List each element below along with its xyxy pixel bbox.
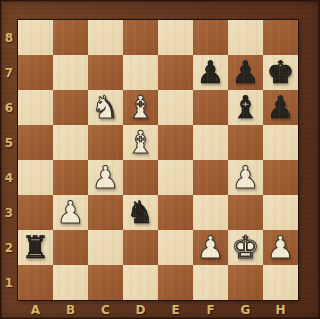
black-knight-d3[interactable]: ♞ (127, 197, 155, 228)
square-h8[interactable] (263, 20, 298, 55)
white-pawn-f2[interactable]: ♟ (197, 232, 225, 263)
square-h6[interactable]: ♟ (263, 90, 298, 125)
square-c3[interactable] (88, 195, 123, 230)
square-g8[interactable] (228, 20, 263, 55)
square-e2[interactable] (158, 230, 193, 265)
square-e7[interactable] (158, 55, 193, 90)
square-f7[interactable]: ♟ (193, 55, 228, 90)
file-label-f: F (193, 300, 228, 319)
square-h1[interactable] (263, 265, 298, 300)
square-d5[interactable]: ♝ (123, 125, 158, 160)
white-knight-c6[interactable]: ♞ (92, 92, 120, 123)
square-g3[interactable] (228, 195, 263, 230)
file-label-c: C (88, 300, 123, 319)
square-a1[interactable] (18, 265, 53, 300)
square-e5[interactable] (158, 125, 193, 160)
rank-label-8: 8 (0, 20, 18, 55)
rank-label-2: 2 (0, 230, 18, 265)
square-f5[interactable] (193, 125, 228, 160)
rank-label-4: 4 (0, 160, 18, 195)
square-g1[interactable] (228, 265, 263, 300)
square-c2[interactable] (88, 230, 123, 265)
square-h3[interactable] (263, 195, 298, 230)
square-d4[interactable] (123, 160, 158, 195)
square-c4[interactable]: ♟ (88, 160, 123, 195)
black-pawn-h6[interactable]: ♟ (267, 92, 295, 123)
square-h4[interactable] (263, 160, 298, 195)
square-d8[interactable] (123, 20, 158, 55)
square-a3[interactable] (18, 195, 53, 230)
square-d7[interactable] (123, 55, 158, 90)
square-b2[interactable] (53, 230, 88, 265)
white-bishop-d5[interactable]: ♝ (127, 127, 155, 158)
white-king-g2[interactable]: ♚ (232, 232, 260, 263)
black-pawn-f7[interactable]: ♟ (197, 57, 225, 88)
file-label-e: E (158, 300, 193, 319)
square-g6[interactable]: ♝ (228, 90, 263, 125)
square-b4[interactable] (53, 160, 88, 195)
square-g7[interactable]: ♟ (228, 55, 263, 90)
chess-board[interactable]: ♟♟♚♞♝♝♟♝♟♟♟♞♜♟♚♟ (18, 20, 298, 300)
white-pawn-b3[interactable]: ♟ (57, 197, 85, 228)
file-label-a: A (18, 300, 53, 319)
square-f6[interactable] (193, 90, 228, 125)
square-h2[interactable]: ♟ (263, 230, 298, 265)
square-b8[interactable] (53, 20, 88, 55)
square-f2[interactable]: ♟ (193, 230, 228, 265)
square-b5[interactable] (53, 125, 88, 160)
square-b1[interactable] (53, 265, 88, 300)
rank-label-6: 6 (0, 90, 18, 125)
square-e3[interactable] (158, 195, 193, 230)
file-label-d: D (123, 300, 158, 319)
square-e6[interactable] (158, 90, 193, 125)
square-e4[interactable] (158, 160, 193, 195)
square-f8[interactable] (193, 20, 228, 55)
black-king-h7[interactable]: ♚ (267, 57, 295, 88)
square-a7[interactable] (18, 55, 53, 90)
square-a2[interactable]: ♜ (18, 230, 53, 265)
square-g4[interactable]: ♟ (228, 160, 263, 195)
chess-diagram: 87654321 ♟♟♚♞♝♝♟♝♟♟♟♞♜♟♚♟ ABCDEFGH (0, 0, 320, 319)
square-c1[interactable] (88, 265, 123, 300)
square-h7[interactable]: ♚ (263, 55, 298, 90)
square-b3[interactable]: ♟ (53, 195, 88, 230)
rank-label-5: 5 (0, 125, 18, 160)
file-label-g: G (228, 300, 263, 319)
square-c8[interactable] (88, 20, 123, 55)
square-h5[interactable] (263, 125, 298, 160)
square-b6[interactable] (53, 90, 88, 125)
file-label-b: B (53, 300, 88, 319)
square-d3[interactable]: ♞ (123, 195, 158, 230)
square-a6[interactable] (18, 90, 53, 125)
square-a5[interactable] (18, 125, 53, 160)
square-f1[interactable] (193, 265, 228, 300)
rank-label-7: 7 (0, 55, 18, 90)
black-bishop-g6[interactable]: ♝ (232, 92, 260, 123)
black-pawn-g7[interactable]: ♟ (232, 57, 260, 88)
rank-labels: 87654321 (0, 20, 18, 300)
file-labels: ABCDEFGH (18, 300, 298, 319)
square-b7[interactable] (53, 55, 88, 90)
square-d1[interactable] (123, 265, 158, 300)
rank-label-3: 3 (0, 195, 18, 230)
white-bishop-d6[interactable]: ♝ (127, 92, 155, 123)
square-g2[interactable]: ♚ (228, 230, 263, 265)
square-c7[interactable] (88, 55, 123, 90)
file-label-h: H (263, 300, 298, 319)
square-e8[interactable] (158, 20, 193, 55)
rank-label-1: 1 (0, 265, 18, 300)
square-a8[interactable] (18, 20, 53, 55)
white-pawn-g4[interactable]: ♟ (232, 162, 260, 193)
square-g5[interactable] (228, 125, 263, 160)
square-f4[interactable] (193, 160, 228, 195)
white-pawn-c4[interactable]: ♟ (92, 162, 120, 193)
white-pawn-h2[interactable]: ♟ (267, 232, 295, 263)
square-c5[interactable] (88, 125, 123, 160)
square-a4[interactable] (18, 160, 53, 195)
square-e1[interactable] (158, 265, 193, 300)
black-rook-a2[interactable]: ♜ (22, 232, 50, 263)
square-d6[interactable]: ♝ (123, 90, 158, 125)
square-d2[interactable] (123, 230, 158, 265)
square-c6[interactable]: ♞ (88, 90, 123, 125)
square-f3[interactable] (193, 195, 228, 230)
